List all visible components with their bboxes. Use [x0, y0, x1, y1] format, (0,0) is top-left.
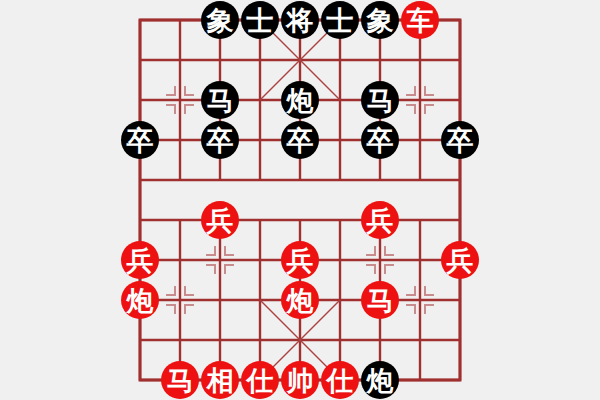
piece-black-soldier[interactable]: 卒	[361, 121, 399, 159]
xiangqi-board: 象士将士象车马炮马卒卒卒卒卒兵兵兵兵兵炮炮马马相仕帅仕炮	[120, 0, 480, 400]
piece-black-horse[interactable]: 马	[361, 81, 399, 119]
piece-red-soldier[interactable]: 兵	[281, 241, 319, 279]
app-canvas: 象士将士象车马炮马卒卒卒卒卒兵兵兵兵兵炮炮马马相仕帅仕炮	[0, 0, 600, 400]
piece-black-general[interactable]: 将	[281, 1, 319, 39]
piece-red-horse[interactable]: 马	[361, 281, 399, 319]
piece-red-soldier[interactable]: 兵	[441, 241, 479, 279]
piece-black-advisor[interactable]: 士	[321, 1, 359, 39]
piece-red-general[interactable]: 帅	[281, 361, 319, 399]
piece-red-soldier[interactable]: 兵	[121, 241, 159, 279]
piece-red-advisor[interactable]: 仕	[321, 361, 359, 399]
piece-red-horse[interactable]: 马	[161, 361, 199, 399]
pieces-layer: 象士将士象车马炮马卒卒卒卒卒兵兵兵兵兵炮炮马马相仕帅仕炮	[120, 0, 480, 400]
piece-red-cannon[interactable]: 炮	[121, 281, 159, 319]
piece-black-advisor[interactable]: 士	[241, 1, 279, 39]
piece-black-cannon[interactable]: 炮	[281, 81, 319, 119]
piece-red-soldier[interactable]: 兵	[361, 201, 399, 239]
piece-black-elephant[interactable]: 象	[201, 1, 239, 39]
piece-red-elephant[interactable]: 相	[201, 361, 239, 399]
piece-red-soldier[interactable]: 兵	[201, 201, 239, 239]
piece-black-horse[interactable]: 马	[201, 81, 239, 119]
piece-black-soldier[interactable]: 卒	[281, 121, 319, 159]
piece-black-soldier[interactable]: 卒	[201, 121, 239, 159]
piece-black-soldier[interactable]: 卒	[441, 121, 479, 159]
piece-black-soldier[interactable]: 卒	[121, 121, 159, 159]
piece-black-cannon[interactable]: 炮	[361, 361, 399, 399]
piece-red-chariot[interactable]: 车	[401, 1, 439, 39]
piece-black-elephant[interactable]: 象	[361, 1, 399, 39]
piece-red-advisor[interactable]: 仕	[241, 361, 279, 399]
piece-red-cannon[interactable]: 炮	[281, 281, 319, 319]
